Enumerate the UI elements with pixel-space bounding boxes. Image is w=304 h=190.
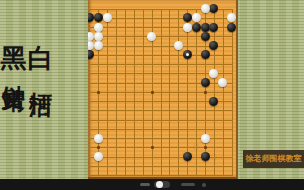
white-stone (94, 32, 103, 41)
white-stone (227, 13, 236, 22)
black-stone (227, 23, 236, 32)
video-control-bar (0, 179, 304, 190)
bar-right-text-blur (181, 183, 195, 186)
bar-dot-icon (202, 183, 206, 187)
star-point (97, 91, 100, 94)
white-stone (209, 69, 218, 78)
white-stone (183, 23, 192, 32)
black-stone (201, 23, 210, 32)
black-stone (192, 23, 201, 32)
white-stone (94, 41, 103, 50)
grid-line-horizontal (88, 138, 233, 139)
white-stone (103, 13, 112, 22)
grid-line-horizontal (88, 36, 233, 37)
grid-line-horizontal (88, 55, 233, 56)
white-stone (88, 41, 94, 50)
star-point (204, 146, 207, 149)
black-stone (88, 50, 94, 59)
black-stone (201, 50, 210, 59)
white-stone (201, 134, 210, 143)
black-stone (209, 4, 218, 13)
grid-line-horizontal (88, 64, 233, 65)
star-point (151, 146, 154, 149)
star-point (97, 146, 100, 149)
white-stone (192, 13, 201, 22)
black-stone (183, 152, 192, 161)
grid-line-horizontal (88, 110, 233, 111)
black-stone (94, 13, 103, 22)
black-stone (183, 13, 192, 22)
black-player-name: 钟文靖 (2, 66, 25, 72)
watermark-banner: 徐老师围棋教室 (243, 150, 304, 168)
white-stone (201, 4, 210, 13)
black-stone (201, 78, 210, 87)
grid-line-horizontal (88, 83, 233, 84)
bar-left-text-blur (140, 183, 150, 186)
white-stone (94, 152, 103, 161)
go-board (88, 0, 238, 179)
black-stone (201, 32, 210, 41)
toggle-knob-icon[interactable] (156, 181, 163, 188)
grid-line-horizontal (88, 147, 233, 148)
white-stone (174, 41, 183, 50)
black-stone (209, 23, 218, 32)
black-stone (209, 97, 218, 106)
grid-line-horizontal (88, 129, 233, 130)
grid-line-horizontal (88, 120, 233, 121)
grid-line-horizontal (88, 92, 233, 93)
black-stone (88, 13, 94, 22)
grid-line-horizontal (88, 175, 233, 176)
forecast-marker (212, 155, 216, 159)
white-stone (147, 32, 156, 41)
black-stone (201, 152, 210, 161)
star-point (204, 91, 207, 94)
white-stone (94, 23, 103, 32)
white-stone (94, 134, 103, 143)
grid-line-horizontal (88, 166, 233, 167)
white-stone (218, 78, 227, 87)
black-stone (209, 41, 218, 50)
forecast-marker (194, 145, 198, 149)
grid-line-horizontal (88, 157, 233, 158)
white-stone (88, 32, 94, 41)
player-toggle[interactable] (154, 181, 170, 188)
star-point (151, 91, 154, 94)
white-player-name: 柯洁 (29, 73, 52, 77)
